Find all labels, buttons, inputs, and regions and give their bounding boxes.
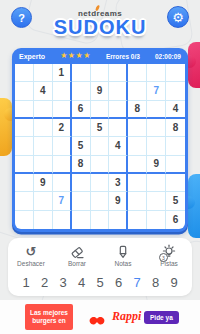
status-bar: Experto ★★★★ Errores 0/3 02:00:09 [12,48,188,64]
number-pad: 123456789 [19,275,181,290]
tools-row: ↺ Deshacer Borrar Notas [8,238,192,267]
hints-button[interactable]: 3 Pistas [146,244,192,267]
cell-r1c5[interactable] [91,64,110,82]
cell-r1c4[interactable] [72,64,91,82]
numpad-5[interactable]: 5 [93,275,107,290]
cell-r7c6[interactable]: 3 [109,174,128,192]
cell-r7c7[interactable] [128,174,147,192]
cell-r5c2[interactable] [34,137,53,155]
cell-r6c3[interactable] [53,156,72,174]
numpad-4[interactable]: 4 [75,275,89,290]
cell-r5c8[interactable] [147,137,166,155]
cell-r2c3[interactable] [53,82,72,100]
cell-r4c3[interactable]: 2 [53,119,72,137]
cell-r5c6[interactable]: 4 [109,137,128,155]
erase-label: Borrar [68,260,86,267]
pink-puzzle-piece [188,42,200,88]
numpad-1[interactable]: 1 [19,275,33,290]
notes-label: Notas [115,260,132,267]
errors-counter: Errores 0/3 [106,53,140,60]
cell-r3c3[interactable] [53,101,72,119]
cell-r1c2[interactable] [34,64,53,82]
cell-r1c8[interactable] [147,64,166,82]
cell-r3c2[interactable] [34,101,53,119]
cell-r9c5[interactable] [91,211,110,229]
cell-r8c9[interactable]: 5 [166,192,185,210]
cell-r9c8[interactable] [147,211,166,229]
cell-r6c1[interactable] [15,156,34,174]
pencil-icon [115,244,131,259]
cell-r2c1[interactable] [15,82,34,100]
cell-r7c4[interactable] [72,174,91,192]
numpad-3[interactable]: 3 [56,275,70,290]
cell-r3c8[interactable] [147,101,166,119]
cell-r3c1[interactable] [15,101,34,119]
cell-r9c4[interactable] [72,211,91,229]
cell-r6c2[interactable] [34,156,53,174]
numpad-7[interactable]: 7 [130,275,144,290]
cell-r2c9[interactable] [166,82,185,100]
ad-banner[interactable]: Las mejores burgers en Rappi Pide ya [0,300,200,334]
numpad-2[interactable]: 2 [38,275,52,290]
cell-r2c2[interactable]: 4 [34,82,53,100]
cell-r8c6[interactable]: 9 [109,192,128,210]
cell-r8c7[interactable] [128,192,147,210]
blue-puzzle-piece [188,174,200,238]
difficulty-label: Experto [19,53,45,60]
cell-r7c5[interactable] [91,174,110,192]
undo-label: Deshacer [17,260,45,267]
cell-r5c3[interactable] [53,137,72,155]
app-title: SUDOKU [0,16,200,39]
cell-r8c4[interactable] [72,192,91,210]
toolbar-card: ↺ Deshacer Borrar Notas [8,238,192,296]
cell-r7c9[interactable] [166,174,185,192]
cell-r2c7[interactable] [128,82,147,100]
cell-r1c1[interactable] [15,64,34,82]
cell-r5c7[interactable] [128,137,147,155]
cell-r9c7[interactable] [128,211,147,229]
cell-r4c8[interactable] [147,119,166,137]
cell-r9c9[interactable]: 6 [166,211,185,229]
cell-r3c4[interactable]: 6 [72,101,91,119]
cell-r9c2[interactable] [34,211,53,229]
cell-r2c5[interactable]: 9 [91,82,110,100]
eraser-icon [69,244,85,259]
ad-cta-button[interactable]: Pide ya [144,311,179,324]
cell-r1c7[interactable] [128,64,147,82]
notes-button[interactable]: Notas [100,244,146,267]
cell-r3c9[interactable]: 4 [166,101,185,119]
cell-r2c4[interactable] [72,82,91,100]
cell-r4c5[interactable]: 5 [91,119,110,137]
numpad-8[interactable]: 8 [149,275,163,290]
cell-r6c4[interactable]: 8 [72,156,91,174]
numpad-9[interactable]: 9 [167,275,181,290]
cell-r9c3[interactable] [53,211,72,229]
cell-r5c9[interactable] [166,137,185,155]
cell-r6c6[interactable] [109,156,128,174]
cell-r2c6[interactable] [109,82,128,100]
cell-r7c8[interactable] [147,174,166,192]
cell-r4c2[interactable] [34,119,53,137]
cell-r4c1[interactable] [15,119,34,137]
cell-r6c9[interactable] [166,156,185,174]
erase-button[interactable]: Borrar [54,244,100,267]
cell-r2c8[interactable]: 7 [147,82,166,100]
cell-r8c2[interactable] [34,192,53,210]
cell-r5c4[interactable]: 5 [72,137,91,155]
cell-r8c5[interactable] [91,192,110,210]
cell-r3c6[interactable] [109,101,128,119]
cell-r7c2[interactable]: 9 [34,174,53,192]
cell-r8c3[interactable]: 7 [53,192,72,210]
cell-r8c1[interactable] [15,192,34,210]
undo-icon: ↺ [26,244,37,259]
numpad-6[interactable]: 6 [112,275,126,290]
cell-r4c7[interactable] [128,119,147,137]
cell-r7c3[interactable] [53,174,72,192]
cell-r1c3[interactable]: 1 [53,64,72,82]
difficulty-stars: ★★★★ [60,52,91,60]
timer: 02:00:09 [155,53,181,60]
cell-r9c6[interactable] [109,211,128,229]
rappi-mustache-icon [86,312,108,330]
sudoku-board: 14976842585489937956 [15,64,185,229]
cell-r4c9[interactable]: 8 [166,119,185,137]
cell-r8c8[interactable] [147,192,166,210]
rappi-logo: Rappi [112,309,141,324]
ad-headline[interactable]: Las mejores burgers en [25,304,73,330]
cell-r4c6[interactable] [109,119,128,137]
cell-r6c5[interactable] [91,156,110,174]
cell-r1c6[interactable] [109,64,128,82]
cell-r9c1[interactable] [15,211,34,229]
cell-r6c8[interactable]: 9 [147,156,166,174]
cell-r6c7[interactable] [128,156,147,174]
sudoku-grid: 14976842585489937956 [15,64,185,229]
undo-button[interactable]: ↺ Deshacer [8,244,54,267]
yellow-puzzle-piece [0,98,12,156]
cell-r3c5[interactable] [91,101,110,119]
cell-r5c1[interactable] [15,137,34,155]
cell-r4c4[interactable] [72,119,91,137]
cell-r3c7[interactable]: 8 [128,101,147,119]
hints-count-badge: 3 [159,253,168,262]
cell-r1c9[interactable] [166,64,185,82]
cell-r7c1[interactable] [15,174,34,192]
cell-r5c5[interactable] [91,137,110,155]
sudoku-board-container: Experto ★★★★ Errores 0/3 02:00:09 149768… [12,48,188,232]
